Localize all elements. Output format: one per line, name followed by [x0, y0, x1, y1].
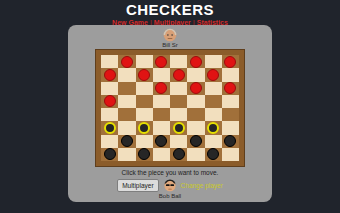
board-square[interactable] — [101, 135, 118, 148]
red-piece[interactable] — [173, 69, 185, 81]
black-piece[interactable] — [138, 148, 150, 160]
red-piece[interactable] — [121, 56, 133, 68]
board-square[interactable] — [153, 108, 170, 121]
board-square[interactable] — [153, 82, 170, 95]
board-square[interactable] — [101, 68, 118, 81]
board-square[interactable] — [170, 108, 187, 121]
board-square[interactable] — [187, 68, 204, 81]
board-square[interactable] — [222, 121, 239, 134]
black-piece[interactable] — [121, 135, 133, 147]
board-square[interactable] — [187, 55, 204, 68]
board-square[interactable] — [222, 148, 239, 161]
board-square[interactable] — [153, 55, 170, 68]
board-square[interactable] — [187, 121, 204, 134]
board-square[interactable] — [136, 82, 153, 95]
board-square[interactable] — [170, 82, 187, 95]
black-piece[interactable] — [190, 135, 202, 147]
board-square[interactable] — [222, 108, 239, 121]
board-square[interactable] — [222, 68, 239, 81]
board-square[interactable] — [101, 148, 118, 161]
black-piece-highlighted[interactable] — [173, 122, 185, 134]
black-piece-highlighted[interactable] — [138, 122, 150, 134]
red-piece[interactable] — [224, 82, 236, 94]
board-square[interactable] — [222, 82, 239, 95]
board-square[interactable] — [118, 108, 135, 121]
board-square[interactable] — [118, 95, 135, 108]
game-panel: Bill Sr Click the piece you want to move… — [68, 25, 272, 202]
board-square[interactable] — [101, 55, 118, 68]
board-square[interactable] — [205, 135, 222, 148]
red-piece[interactable] — [190, 82, 202, 94]
board-square[interactable] — [222, 95, 239, 108]
board-square[interactable] — [205, 82, 222, 95]
black-piece-highlighted[interactable] — [104, 122, 116, 134]
board-square[interactable] — [187, 148, 204, 161]
board-square[interactable] — [118, 135, 135, 148]
board-square[interactable] — [136, 68, 153, 81]
board-square[interactable] — [118, 55, 135, 68]
board-square[interactable] — [170, 148, 187, 161]
black-piece[interactable] — [207, 148, 219, 160]
board-square[interactable] — [222, 135, 239, 148]
top-player-name: Bill Sr — [162, 42, 178, 48]
board-square[interactable] — [205, 148, 222, 161]
bottom-player-avatar — [163, 178, 177, 192]
red-piece[interactable] — [104, 69, 116, 81]
black-piece[interactable] — [224, 135, 236, 147]
board-square[interactable] — [118, 148, 135, 161]
red-piece[interactable] — [155, 56, 167, 68]
red-piece[interactable] — [138, 69, 150, 81]
red-piece[interactable] — [155, 82, 167, 94]
black-piece[interactable] — [173, 148, 185, 160]
board-square[interactable] — [187, 95, 204, 108]
board[interactable] — [96, 50, 244, 166]
board-square[interactable] — [153, 148, 170, 161]
board-square[interactable] — [170, 135, 187, 148]
board-square[interactable] — [153, 135, 170, 148]
board-square[interactable] — [205, 68, 222, 81]
board-square[interactable] — [136, 108, 153, 121]
board-square[interactable] — [101, 121, 118, 134]
board-square[interactable] — [153, 68, 170, 81]
board-square[interactable] — [187, 135, 204, 148]
board-square[interactable] — [101, 108, 118, 121]
board-square[interactable] — [222, 55, 239, 68]
top-player-avatar — [163, 28, 177, 42]
change-player-link[interactable]: Change player — [181, 182, 223, 189]
board-square[interactable] — [187, 108, 204, 121]
board-square[interactable] — [205, 95, 222, 108]
footer-controls: Multiplayer Change player — [117, 178, 223, 192]
board-square[interactable] — [118, 121, 135, 134]
page-title: CHECKERS — [0, 0, 340, 18]
bottom-player-name: Bob Ball — [159, 193, 181, 199]
board-square[interactable] — [153, 121, 170, 134]
board-square[interactable] — [170, 68, 187, 81]
board-square[interactable] — [118, 82, 135, 95]
board-square[interactable] — [101, 95, 118, 108]
multiplayer-button[interactable]: Multiplayer — [117, 179, 158, 192]
board-square[interactable] — [205, 55, 222, 68]
red-piece[interactable] — [104, 95, 116, 107]
board-square[interactable] — [205, 108, 222, 121]
board-square[interactable] — [170, 95, 187, 108]
board-square[interactable] — [136, 95, 153, 108]
board-square[interactable] — [101, 82, 118, 95]
red-piece[interactable] — [207, 69, 219, 81]
board-square[interactable] — [170, 55, 187, 68]
red-piece[interactable] — [190, 56, 202, 68]
board-square[interactable] — [136, 148, 153, 161]
red-piece[interactable] — [224, 56, 236, 68]
board-square[interactable] — [136, 121, 153, 134]
black-piece[interactable] — [104, 148, 116, 160]
board-square[interactable] — [136, 55, 153, 68]
board-square[interactable] — [187, 82, 204, 95]
board-square[interactable] — [118, 68, 135, 81]
board-square[interactable] — [170, 121, 187, 134]
board-square[interactable] — [153, 95, 170, 108]
black-piece-highlighted[interactable] — [207, 122, 219, 134]
black-piece[interactable] — [155, 135, 167, 147]
board-square[interactable] — [136, 135, 153, 148]
board-square[interactable] — [205, 121, 222, 134]
status-text: Click the piece you want to move. — [122, 169, 219, 176]
